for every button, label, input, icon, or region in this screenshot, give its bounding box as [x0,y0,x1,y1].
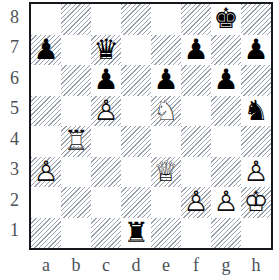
square-f7[interactable]: ♟ [181,35,211,66]
square-c4[interactable] [91,126,121,157]
white-pawn-icon: ♟♙ [91,96,121,127]
square-e4[interactable] [151,126,181,157]
square-b1[interactable] [61,218,91,249]
square-b3[interactable] [61,157,91,188]
black-king-icon: ♚ [211,4,241,35]
square-d5[interactable] [121,96,151,127]
white-king-icon: ♚♔ [241,187,271,218]
square-h5[interactable]: ♞ [241,96,271,127]
square-f2[interactable]: ♟♙ [181,187,211,218]
square-b2[interactable] [61,187,91,218]
white-pawn-icon: ♟♙ [211,187,241,218]
black-knight-icon: ♞ [241,96,271,127]
white-knight-icon: ♞♘ [151,96,181,127]
square-b5[interactable] [61,96,91,127]
rank-label-2: 2 [0,185,29,216]
square-c6[interactable]: ♟ [91,65,121,96]
square-c7[interactable]: ♛ [91,35,121,66]
black-pawn-icon: ♟ [241,35,271,66]
square-d1[interactable]: ♜ [121,218,151,249]
square-c8[interactable] [91,4,121,35]
square-e1[interactable] [151,218,181,249]
file-label-d: d [121,252,151,278]
white-pawn-icon: ♟♙ [181,187,211,218]
square-a7[interactable]: ♟ [31,35,61,66]
black-pawn-icon: ♟ [91,65,121,96]
square-e5[interactable]: ♞♘ [151,96,181,127]
chess-diagram: 87654321 ♚♟♛♟♟♟♟♟♟♙♞♘♞♜♖♟♙♛♕♟♙♟♙♟♙♚♔♜ ab… [0,0,279,280]
black-pawn-icon: ♟ [211,65,241,96]
square-d2[interactable] [121,187,151,218]
square-g1[interactable] [211,218,241,249]
square-a2[interactable] [31,187,61,218]
square-a5[interactable] [31,96,61,127]
square-c2[interactable] [91,187,121,218]
square-g5[interactable] [211,96,241,127]
square-d6[interactable] [121,65,151,96]
black-rook-icon: ♜ [121,218,151,249]
white-queen-icon: ♛♕ [151,157,181,188]
rank-label-7: 7 [0,33,29,64]
white-pawn-icon: ♟♙ [31,157,61,188]
square-a8[interactable] [31,4,61,35]
square-g7[interactable] [211,35,241,66]
square-c5[interactable]: ♟♙ [91,96,121,127]
square-h3[interactable]: ♟♙ [241,157,271,188]
square-e6[interactable]: ♟ [151,65,181,96]
square-b6[interactable] [61,65,91,96]
file-label-g: g [211,252,241,278]
square-a4[interactable] [31,126,61,157]
square-h7[interactable]: ♟ [241,35,271,66]
square-d3[interactable] [121,157,151,188]
square-g8[interactable]: ♚ [211,4,241,35]
square-c1[interactable] [91,218,121,249]
square-d7[interactable] [121,35,151,66]
square-e3[interactable]: ♛♕ [151,157,181,188]
square-e8[interactable] [151,4,181,35]
file-label-e: e [151,252,181,278]
square-e2[interactable] [151,187,181,218]
rank-labels: 87654321 [0,2,29,250]
square-h8[interactable] [241,4,271,35]
file-labels: abcdefgh [31,252,271,278]
square-g4[interactable] [211,126,241,157]
square-h1[interactable] [241,218,271,249]
chess-board: ♚♟♛♟♟♟♟♟♟♙♞♘♞♜♖♟♙♛♕♟♙♟♙♟♙♚♔♜ [29,2,273,250]
rank-label-8: 8 [0,2,29,33]
square-b4[interactable]: ♜♖ [61,126,91,157]
file-label-c: c [91,252,121,278]
square-h2[interactable]: ♚♔ [241,187,271,218]
square-f3[interactable] [181,157,211,188]
square-f4[interactable] [181,126,211,157]
square-e7[interactable] [151,35,181,66]
rank-label-4: 4 [0,124,29,155]
square-d4[interactable] [121,126,151,157]
rank-label-6: 6 [0,63,29,94]
square-h4[interactable] [241,126,271,157]
rank-label-5: 5 [0,94,29,125]
square-b8[interactable] [61,4,91,35]
square-g3[interactable] [211,157,241,188]
square-g2[interactable]: ♟♙ [211,187,241,218]
rank-label-1: 1 [0,216,29,247]
black-pawn-icon: ♟ [151,65,181,96]
black-pawn-icon: ♟ [181,35,211,66]
file-label-b: b [61,252,91,278]
black-queen-icon: ♛ [91,35,121,66]
square-c3[interactable] [91,157,121,188]
file-label-h: h [241,252,271,278]
square-f6[interactable] [181,65,211,96]
square-f1[interactable] [181,218,211,249]
square-h6[interactable] [241,65,271,96]
white-pawn-icon: ♟♙ [241,157,271,188]
square-f5[interactable] [181,96,211,127]
square-a3[interactable]: ♟♙ [31,157,61,188]
square-f8[interactable] [181,4,211,35]
square-g6[interactable]: ♟ [211,65,241,96]
white-rook-icon: ♜♖ [61,126,91,157]
rank-label-3: 3 [0,155,29,186]
black-pawn-icon: ♟ [31,35,61,66]
square-a1[interactable] [31,218,61,249]
file-label-f: f [181,252,211,278]
square-d8[interactable] [121,4,151,35]
file-label-a: a [31,252,61,278]
square-a6[interactable] [31,65,61,96]
square-b7[interactable] [61,35,91,66]
